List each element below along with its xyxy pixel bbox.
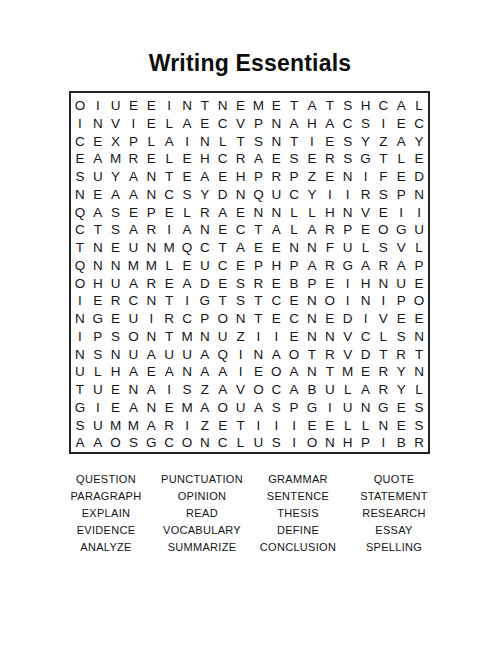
- grid-cell[interactable]: C: [71, 221, 89, 239]
- grid-cell[interactable]: N: [196, 328, 214, 346]
- grid-cell[interactable]: E: [267, 275, 285, 293]
- grid-cell[interactable]: N: [357, 399, 375, 417]
- grid-cell[interactable]: I: [321, 399, 339, 417]
- grid-cell[interactable]: I: [392, 204, 410, 222]
- grid-cell[interactable]: R: [107, 292, 125, 310]
- grid-cell[interactable]: P: [89, 328, 107, 346]
- grid-cell[interactable]: Q: [71, 257, 89, 275]
- grid-cell[interactable]: R: [142, 275, 160, 293]
- grid-cell[interactable]: N: [339, 204, 357, 222]
- grid-cell[interactable]: V: [339, 328, 357, 346]
- grid-cell[interactable]: P: [142, 204, 160, 222]
- grid-cell[interactable]: G: [357, 150, 375, 168]
- grid-cell[interactable]: E: [107, 239, 125, 257]
- grid-cell[interactable]: A: [267, 221, 285, 239]
- grid-cell[interactable]: H: [339, 434, 357, 452]
- grid-cell[interactable]: E: [321, 133, 339, 151]
- grid-cell[interactable]: C: [178, 310, 196, 328]
- grid-cell[interactable]: L: [339, 417, 357, 435]
- grid-cell[interactable]: E: [303, 417, 321, 435]
- grid-cell[interactable]: E: [89, 186, 107, 204]
- grid-cell[interactable]: A: [178, 115, 196, 133]
- grid-cell[interactable]: D: [214, 186, 232, 204]
- grid-cell[interactable]: I: [357, 168, 375, 186]
- grid-cell[interactable]: U: [125, 346, 143, 364]
- grid-cell[interactable]: E: [392, 310, 410, 328]
- grid-cell[interactable]: E: [357, 363, 375, 381]
- grid-cell[interactable]: P: [392, 292, 410, 310]
- grid-cell[interactable]: R: [410, 434, 428, 452]
- grid-cell[interactable]: M: [178, 399, 196, 417]
- grid-cell[interactable]: N: [196, 221, 214, 239]
- grid-cell[interactable]: E: [410, 150, 428, 168]
- grid-cell[interactable]: S: [267, 434, 285, 452]
- grid-cell[interactable]: N: [303, 328, 321, 346]
- grid-cell[interactable]: L: [214, 133, 232, 151]
- grid-cell[interactable]: T: [214, 292, 232, 310]
- grid-cell[interactable]: I: [125, 115, 143, 133]
- grid-cell[interactable]: F: [374, 168, 392, 186]
- grid-cell[interactable]: N: [267, 204, 285, 222]
- grid-cell[interactable]: S: [178, 381, 196, 399]
- grid-cell[interactable]: A: [232, 239, 250, 257]
- grid-cell[interactable]: S: [71, 168, 89, 186]
- grid-cell[interactable]: L: [357, 417, 375, 435]
- grid-cell[interactable]: U: [107, 275, 125, 293]
- grid-cell[interactable]: B: [303, 381, 321, 399]
- grid-cell[interactable]: I: [339, 292, 357, 310]
- grid-cell[interactable]: N: [267, 133, 285, 151]
- grid-cell[interactable]: G: [339, 257, 357, 275]
- grid-cell[interactable]: N: [71, 310, 89, 328]
- grid-cell[interactable]: T: [232, 133, 250, 151]
- grid-cell[interactable]: N: [250, 204, 268, 222]
- grid-cell[interactable]: L: [89, 363, 107, 381]
- grid-cell[interactable]: R: [321, 346, 339, 364]
- grid-cell[interactable]: C: [232, 221, 250, 239]
- grid-cell[interactable]: A: [125, 186, 143, 204]
- grid-cell[interactable]: E: [321, 168, 339, 186]
- grid-cell[interactable]: E: [357, 221, 375, 239]
- grid-cell[interactable]: L: [285, 204, 303, 222]
- grid-cell[interactable]: N: [142, 239, 160, 257]
- grid-cell[interactable]: E: [214, 221, 232, 239]
- grid-cell[interactable]: C: [196, 239, 214, 257]
- grid-cell[interactable]: E: [232, 97, 250, 115]
- grid-cell[interactable]: C: [285, 310, 303, 328]
- grid-cell[interactable]: Q: [250, 186, 268, 204]
- grid-cell[interactable]: P: [250, 168, 268, 186]
- grid-cell[interactable]: U: [232, 399, 250, 417]
- grid-cell[interactable]: L: [392, 150, 410, 168]
- grid-cell[interactable]: N: [250, 346, 268, 364]
- grid-cell[interactable]: A: [303, 221, 321, 239]
- grid-cell[interactable]: U: [267, 186, 285, 204]
- grid-cell[interactable]: Q: [71, 204, 89, 222]
- grid-cell[interactable]: A: [178, 221, 196, 239]
- grid-cell[interactable]: I: [267, 417, 285, 435]
- grid-cell[interactable]: O: [214, 399, 232, 417]
- grid-cell[interactable]: R: [321, 221, 339, 239]
- grid-cell[interactable]: N: [232, 186, 250, 204]
- grid-cell[interactable]: I: [321, 186, 339, 204]
- grid-cell[interactable]: E: [303, 150, 321, 168]
- grid-cell[interactable]: E: [142, 363, 160, 381]
- grid-cell[interactable]: T: [232, 417, 250, 435]
- grid-cell[interactable]: I: [142, 310, 160, 328]
- grid-cell[interactable]: S: [107, 328, 125, 346]
- grid-cell[interactable]: I: [374, 292, 392, 310]
- grid-cell[interactable]: S: [410, 417, 428, 435]
- grid-cell[interactable]: I: [160, 381, 178, 399]
- grid-cell[interactable]: M: [107, 150, 125, 168]
- grid-cell[interactable]: E: [125, 204, 143, 222]
- grid-cell[interactable]: U: [339, 239, 357, 257]
- grid-cell[interactable]: E: [107, 381, 125, 399]
- grid-cell[interactable]: L: [339, 381, 357, 399]
- grid-cell[interactable]: S: [392, 328, 410, 346]
- grid-cell[interactable]: C: [214, 115, 232, 133]
- grid-cell[interactable]: U: [71, 363, 89, 381]
- grid-cell[interactable]: C: [160, 186, 178, 204]
- grid-cell[interactable]: H: [357, 275, 375, 293]
- grid-cell[interactable]: A: [125, 221, 143, 239]
- grid-cell[interactable]: N: [303, 292, 321, 310]
- grid-cell[interactable]: Z: [196, 381, 214, 399]
- grid-cell[interactable]: O: [178, 434, 196, 452]
- grid-cell[interactable]: A: [160, 363, 178, 381]
- grid-cell[interactable]: G: [71, 399, 89, 417]
- grid-cell[interactable]: H: [267, 257, 285, 275]
- grid-cell[interactable]: E: [214, 168, 232, 186]
- grid-cell[interactable]: N: [142, 399, 160, 417]
- grid-cell[interactable]: A: [357, 381, 375, 399]
- grid-cell[interactable]: A: [214, 381, 232, 399]
- grid-cell[interactable]: U: [339, 399, 357, 417]
- grid-cell[interactable]: N: [142, 328, 160, 346]
- grid-cell[interactable]: O: [267, 363, 285, 381]
- grid-cell[interactable]: C: [214, 257, 232, 275]
- grid-cell[interactable]: L: [232, 434, 250, 452]
- grid-cell[interactable]: U: [250, 434, 268, 452]
- grid-cell[interactable]: T: [410, 346, 428, 364]
- grid-cell[interactable]: Z: [232, 328, 250, 346]
- grid-cell[interactable]: T: [71, 381, 89, 399]
- grid-cell[interactable]: E: [410, 275, 428, 293]
- grid-cell[interactable]: I: [232, 346, 250, 364]
- grid-cell[interactable]: C: [285, 186, 303, 204]
- grid-cell[interactable]: G: [303, 399, 321, 417]
- grid-cell[interactable]: S: [339, 133, 357, 151]
- grid-cell[interactable]: A: [142, 346, 160, 364]
- grid-cell[interactable]: S: [267, 399, 285, 417]
- grid-cell[interactable]: R: [357, 186, 375, 204]
- grid-cell[interactable]: U: [392, 275, 410, 293]
- grid-cell[interactable]: I: [357, 310, 375, 328]
- grid-cell[interactable]: R: [160, 310, 178, 328]
- grid-cell[interactable]: N: [178, 97, 196, 115]
- grid-cell[interactable]: E: [392, 115, 410, 133]
- grid-cell[interactable]: L: [285, 221, 303, 239]
- grid-cell[interactable]: Y: [392, 363, 410, 381]
- grid-cell[interactable]: T: [303, 346, 321, 364]
- grid-cell[interactable]: E: [250, 363, 268, 381]
- grid-cell[interactable]: P: [285, 257, 303, 275]
- grid-cell[interactable]: V: [232, 115, 250, 133]
- grid-cell[interactable]: T: [160, 292, 178, 310]
- grid-cell[interactable]: T: [160, 328, 178, 346]
- grid-cell[interactable]: T: [374, 346, 392, 364]
- grid-cell[interactable]: E: [160, 204, 178, 222]
- grid-cell[interactable]: R: [374, 363, 392, 381]
- grid-cell[interactable]: N: [321, 434, 339, 452]
- grid-cell[interactable]: S: [374, 186, 392, 204]
- grid-cell[interactable]: E: [142, 97, 160, 115]
- grid-cell[interactable]: B: [285, 275, 303, 293]
- grid-cell[interactable]: S: [339, 150, 357, 168]
- grid-cell[interactable]: I: [339, 186, 357, 204]
- grid-cell[interactable]: I: [303, 133, 321, 151]
- grid-cell[interactable]: V: [339, 346, 357, 364]
- grid-cell[interactable]: P: [410, 257, 428, 275]
- grid-cell[interactable]: D: [357, 346, 375, 364]
- grid-cell[interactable]: E: [160, 399, 178, 417]
- grid-cell[interactable]: I: [71, 292, 89, 310]
- grid-cell[interactable]: H: [196, 150, 214, 168]
- grid-cell[interactable]: E: [142, 115, 160, 133]
- grid-cell[interactable]: E: [160, 275, 178, 293]
- grid-cell[interactable]: R: [321, 257, 339, 275]
- grid-cell[interactable]: U: [410, 221, 428, 239]
- grid-cell[interactable]: H: [232, 168, 250, 186]
- grid-cell[interactable]: R: [374, 257, 392, 275]
- grid-cell[interactable]: L: [303, 204, 321, 222]
- grid-cell[interactable]: U: [89, 381, 107, 399]
- grid-cell[interactable]: L: [410, 97, 428, 115]
- grid-cell[interactable]: S: [410, 399, 428, 417]
- grid-cell[interactable]: E: [392, 168, 410, 186]
- grid-cell[interactable]: L: [357, 239, 375, 257]
- grid-cell[interactable]: A: [285, 363, 303, 381]
- grid-cell[interactable]: I: [71, 115, 89, 133]
- grid-cell[interactable]: P: [303, 275, 321, 293]
- grid-cell[interactable]: R: [250, 275, 268, 293]
- grid-cell[interactable]: I: [89, 399, 107, 417]
- grid-cell[interactable]: T: [89, 221, 107, 239]
- grid-cell[interactable]: E: [142, 150, 160, 168]
- grid-cell[interactable]: N: [107, 346, 125, 364]
- grid-cell[interactable]: L: [142, 133, 160, 151]
- grid-cell[interactable]: N: [374, 275, 392, 293]
- grid-cell[interactable]: V: [107, 115, 125, 133]
- grid-cell[interactable]: P: [392, 186, 410, 204]
- grid-cell[interactable]: E: [321, 310, 339, 328]
- grid-cell[interactable]: M: [178, 328, 196, 346]
- grid-cell[interactable]: E: [232, 257, 250, 275]
- grid-cell[interactable]: C: [339, 115, 357, 133]
- grid-cell[interactable]: A: [357, 257, 375, 275]
- grid-cell[interactable]: D: [410, 168, 428, 186]
- grid-cell[interactable]: O: [321, 292, 339, 310]
- grid-cell[interactable]: T: [321, 363, 339, 381]
- grid-cell[interactable]: I: [285, 434, 303, 452]
- grid-cell[interactable]: I: [160, 221, 178, 239]
- grid-cell[interactable]: I: [250, 328, 268, 346]
- grid-cell[interactable]: N: [89, 239, 107, 257]
- grid-cell[interactable]: N: [71, 186, 89, 204]
- grid-cell[interactable]: A: [160, 133, 178, 151]
- grid-cell[interactable]: S: [339, 97, 357, 115]
- grid-cell[interactable]: T: [321, 97, 339, 115]
- grid-cell[interactable]: G: [392, 221, 410, 239]
- grid-cell[interactable]: E: [267, 150, 285, 168]
- grid-cell[interactable]: C: [125, 292, 143, 310]
- grid-cell[interactable]: A: [178, 275, 196, 293]
- grid-cell[interactable]: A: [89, 150, 107, 168]
- grid-cell[interactable]: A: [196, 168, 214, 186]
- grid-cell[interactable]: P: [125, 133, 143, 151]
- grid-cell[interactable]: M: [142, 257, 160, 275]
- grid-cell[interactable]: S: [232, 292, 250, 310]
- grid-cell[interactable]: O: [285, 346, 303, 364]
- grid-cell[interactable]: E: [89, 292, 107, 310]
- grid-cell[interactable]: N: [125, 381, 143, 399]
- grid-cell[interactable]: T: [250, 310, 268, 328]
- grid-cell[interactable]: A: [285, 115, 303, 133]
- grid-cell[interactable]: A: [107, 186, 125, 204]
- grid-cell[interactable]: X: [107, 133, 125, 151]
- grid-cell[interactable]: T: [160, 168, 178, 186]
- grid-cell[interactable]: E: [178, 150, 196, 168]
- grid-cell[interactable]: T: [285, 133, 303, 151]
- grid-cell[interactable]: A: [392, 133, 410, 151]
- grid-cell[interactable]: M: [125, 417, 143, 435]
- grid-cell[interactable]: E: [250, 239, 268, 257]
- grid-cell[interactable]: A: [196, 399, 214, 417]
- grid-cell[interactable]: A: [285, 381, 303, 399]
- grid-cell[interactable]: I: [285, 417, 303, 435]
- grid-cell[interactable]: G: [142, 434, 160, 452]
- grid-cell[interactable]: E: [410, 310, 428, 328]
- grid-cell[interactable]: I: [267, 328, 285, 346]
- grid-cell[interactable]: I: [232, 363, 250, 381]
- grid-cell[interactable]: U: [89, 417, 107, 435]
- grid-cell[interactable]: E: [214, 417, 232, 435]
- grid-cell[interactable]: Y: [107, 168, 125, 186]
- grid-cell[interactable]: N: [410, 363, 428, 381]
- grid-cell[interactable]: I: [250, 417, 268, 435]
- grid-cell[interactable]: V: [232, 381, 250, 399]
- grid-cell[interactable]: O: [71, 275, 89, 293]
- grid-cell[interactable]: L: [160, 257, 178, 275]
- grid-cell[interactable]: Z: [196, 417, 214, 435]
- grid-cell[interactable]: A: [392, 257, 410, 275]
- grid-cell[interactable]: S: [232, 275, 250, 293]
- grid-cell[interactable]: S: [285, 150, 303, 168]
- grid-cell[interactable]: E: [125, 97, 143, 115]
- grid-cell[interactable]: I: [339, 275, 357, 293]
- grid-cell[interactable]: D: [339, 310, 357, 328]
- grid-cell[interactable]: P: [339, 221, 357, 239]
- grid-cell[interactable]: M: [107, 417, 125, 435]
- grid-cell[interactable]: A: [303, 257, 321, 275]
- grid-cell[interactable]: N: [196, 133, 214, 151]
- grid-cell[interactable]: T: [250, 292, 268, 310]
- grid-cell[interactable]: I: [178, 417, 196, 435]
- grid-cell[interactable]: N: [142, 168, 160, 186]
- grid-cell[interactable]: A: [267, 346, 285, 364]
- grid-cell[interactable]: S: [71, 417, 89, 435]
- grid-cell[interactable]: M: [160, 239, 178, 257]
- grid-cell[interactable]: N: [303, 239, 321, 257]
- grid-cell[interactable]: S: [107, 221, 125, 239]
- grid-cell[interactable]: L: [410, 239, 428, 257]
- grid-cell[interactable]: P: [196, 310, 214, 328]
- grid-cell[interactable]: E: [267, 310, 285, 328]
- grid-cell[interactable]: O: [303, 434, 321, 452]
- grid-cell[interactable]: O: [374, 221, 392, 239]
- grid-cell[interactable]: A: [196, 346, 214, 364]
- grid-cell[interactable]: H: [303, 115, 321, 133]
- grid-cell[interactable]: T: [196, 97, 214, 115]
- grid-cell[interactable]: C: [267, 381, 285, 399]
- grid-cell[interactable]: V: [392, 239, 410, 257]
- grid-cell[interactable]: U: [160, 346, 178, 364]
- grid-cell[interactable]: A: [250, 150, 268, 168]
- grid-cell[interactable]: C: [374, 97, 392, 115]
- grid-cell[interactable]: U: [125, 239, 143, 257]
- grid-cell[interactable]: I: [71, 328, 89, 346]
- grid-cell[interactable]: V: [357, 204, 375, 222]
- grid-cell[interactable]: L: [178, 204, 196, 222]
- grid-cell[interactable]: T: [285, 97, 303, 115]
- grid-cell[interactable]: C: [214, 150, 232, 168]
- grid-cell[interactable]: A: [250, 399, 268, 417]
- grid-cell[interactable]: E: [71, 150, 89, 168]
- grid-cell[interactable]: O: [214, 310, 232, 328]
- grid-cell[interactable]: R: [125, 150, 143, 168]
- grid-cell[interactable]: Z: [374, 133, 392, 151]
- grid-cell[interactable]: N: [142, 292, 160, 310]
- grid-cell[interactable]: E: [214, 275, 232, 293]
- grid-cell[interactable]: O: [125, 328, 143, 346]
- grid-cell[interactable]: A: [321, 115, 339, 133]
- grid-cell[interactable]: C: [267, 292, 285, 310]
- grid-cell[interactable]: G: [196, 292, 214, 310]
- grid-cell[interactable]: E: [392, 399, 410, 417]
- grid-cell[interactable]: S: [178, 186, 196, 204]
- grid-cell[interactable]: I: [374, 115, 392, 133]
- grid-cell[interactable]: Y: [410, 133, 428, 151]
- grid-cell[interactable]: E: [285, 292, 303, 310]
- grid-cell[interactable]: P: [250, 115, 268, 133]
- grid-cell[interactable]: V: [374, 310, 392, 328]
- grid-cell[interactable]: P: [285, 399, 303, 417]
- grid-cell[interactable]: H: [89, 275, 107, 293]
- grid-cell[interactable]: N: [71, 346, 89, 364]
- grid-cell[interactable]: E: [196, 115, 214, 133]
- grid-cell[interactable]: T: [250, 221, 268, 239]
- grid-cell[interactable]: A: [125, 275, 143, 293]
- grid-cell[interactable]: A: [89, 204, 107, 222]
- grid-cell[interactable]: Z: [303, 168, 321, 186]
- grid-cell[interactable]: E: [285, 328, 303, 346]
- grid-cell[interactable]: O: [410, 292, 428, 310]
- grid-cell[interactable]: E: [321, 417, 339, 435]
- grid-cell[interactable]: N: [410, 328, 428, 346]
- grid-cell[interactable]: E: [107, 310, 125, 328]
- grid-cell[interactable]: S: [89, 346, 107, 364]
